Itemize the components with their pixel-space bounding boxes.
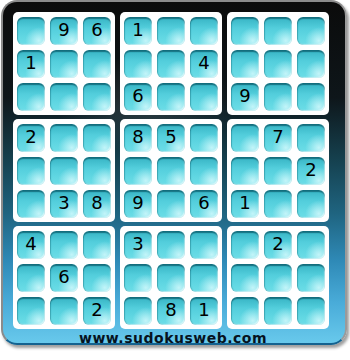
cell-r5c6[interactable]	[190, 157, 218, 185]
cell-r6c9[interactable]	[297, 190, 325, 218]
cell-r5c4[interactable]	[124, 157, 152, 185]
cell-r3c2[interactable]	[50, 83, 78, 111]
cell-r2c8[interactable]	[264, 50, 292, 78]
cell-r3c9[interactable]	[297, 83, 325, 111]
cell-r5c5[interactable]	[157, 157, 185, 185]
cell-r1c7[interactable]	[231, 17, 259, 45]
cell-r4c1[interactable]: 2	[17, 124, 45, 152]
cell-r9c3[interactable]: 2	[83, 297, 111, 325]
cell-r7c4[interactable]: 3	[124, 231, 152, 259]
cell-r5c9[interactable]: 2	[297, 157, 325, 185]
cell-r1c4[interactable]: 1	[124, 17, 152, 45]
sudoku-box-6: 721	[227, 119, 329, 222]
cell-r2c2[interactable]	[50, 50, 78, 78]
sudoku-box-4: 238	[13, 119, 115, 222]
sudoku-box-2: 146	[120, 12, 222, 115]
cell-r8c7[interactable]	[231, 264, 259, 292]
cell-r8c1[interactable]	[17, 264, 45, 292]
cell-r8c6[interactable]	[190, 264, 218, 292]
cell-r9c4[interactable]	[124, 297, 152, 325]
cell-r5c8[interactable]	[264, 157, 292, 185]
cell-r3c1[interactable]	[17, 83, 45, 111]
cell-r5c7[interactable]	[231, 157, 259, 185]
cell-r8c3[interactable]	[83, 264, 111, 292]
cell-r6c6[interactable]: 6	[190, 190, 218, 218]
cell-r4c7[interactable]	[231, 124, 259, 152]
cell-r1c8[interactable]	[264, 17, 292, 45]
cell-r4c4[interactable]: 8	[124, 124, 152, 152]
cell-r4c9[interactable]	[297, 124, 325, 152]
cell-r7c3[interactable]	[83, 231, 111, 259]
cell-r7c6[interactable]	[190, 231, 218, 259]
cell-r9c6[interactable]: 1	[190, 297, 218, 325]
cell-r1c2[interactable]: 9	[50, 17, 78, 45]
cell-r9c9[interactable]	[297, 297, 325, 325]
sudoku-box-3: 9	[227, 12, 329, 115]
cell-r9c8[interactable]	[264, 297, 292, 325]
cell-r6c4[interactable]: 9	[124, 190, 152, 218]
cell-r9c7[interactable]	[231, 297, 259, 325]
sudoku-widget: 961146923885967214623812 www.sudokusweb.…	[0, 0, 350, 360]
cell-r1c1[interactable]	[17, 17, 45, 45]
cell-r6c5[interactable]	[157, 190, 185, 218]
cell-r5c3[interactable]	[83, 157, 111, 185]
cell-r7c5[interactable]	[157, 231, 185, 259]
cell-r2c5[interactable]	[157, 50, 185, 78]
cell-r7c8[interactable]: 2	[264, 231, 292, 259]
cell-r8c8[interactable]	[264, 264, 292, 292]
cell-r4c2[interactable]	[50, 124, 78, 152]
cell-r1c9[interactable]	[297, 17, 325, 45]
cell-r2c7[interactable]	[231, 50, 259, 78]
cell-r6c8[interactable]	[264, 190, 292, 218]
cell-r1c6[interactable]	[190, 17, 218, 45]
cell-r6c7[interactable]: 1	[231, 190, 259, 218]
cell-r9c2[interactable]	[50, 297, 78, 325]
cell-r5c1[interactable]	[17, 157, 45, 185]
cell-r8c9[interactable]	[297, 264, 325, 292]
cell-r2c6[interactable]: 4	[190, 50, 218, 78]
cell-r2c1[interactable]: 1	[17, 50, 45, 78]
site-url: www.sudokusweb.com	[0, 330, 346, 346]
cell-r3c5[interactable]	[157, 83, 185, 111]
cell-r3c3[interactable]	[83, 83, 111, 111]
cell-r5c2[interactable]	[50, 157, 78, 185]
cell-r8c4[interactable]	[124, 264, 152, 292]
cell-r7c1[interactable]: 4	[17, 231, 45, 259]
cell-r7c9[interactable]	[297, 231, 325, 259]
cell-r4c6[interactable]	[190, 124, 218, 152]
cell-r9c1[interactable]	[17, 297, 45, 325]
cell-r3c8[interactable]	[264, 83, 292, 111]
cell-r3c7[interactable]: 9	[231, 83, 259, 111]
cell-r1c5[interactable]	[157, 17, 185, 45]
sudoku-grid: 961146923885967214623812	[13, 12, 329, 329]
cell-r9c5[interactable]: 8	[157, 297, 185, 325]
sudoku-box-5: 8596	[120, 119, 222, 222]
cell-r4c8[interactable]: 7	[264, 124, 292, 152]
sudoku-box-1: 961	[13, 12, 115, 115]
sudoku-box-9: 2	[227, 226, 329, 329]
cell-r7c2[interactable]	[50, 231, 78, 259]
cell-r4c3[interactable]	[83, 124, 111, 152]
cell-r6c3[interactable]: 8	[83, 190, 111, 218]
cell-r1c3[interactable]: 6	[83, 17, 111, 45]
cell-r2c9[interactable]	[297, 50, 325, 78]
cell-r2c4[interactable]	[124, 50, 152, 78]
cell-r3c4[interactable]: 6	[124, 83, 152, 111]
sudoku-box-7: 462	[13, 226, 115, 329]
sudoku-box-8: 381	[120, 226, 222, 329]
cell-r6c1[interactable]	[17, 190, 45, 218]
cell-r7c7[interactable]	[231, 231, 259, 259]
cell-r8c5[interactable]	[157, 264, 185, 292]
cell-r2c3[interactable]	[83, 50, 111, 78]
cell-r3c6[interactable]	[190, 83, 218, 111]
cell-r6c2[interactable]: 3	[50, 190, 78, 218]
cell-r4c5[interactable]: 5	[157, 124, 185, 152]
cell-r8c2[interactable]: 6	[50, 264, 78, 292]
